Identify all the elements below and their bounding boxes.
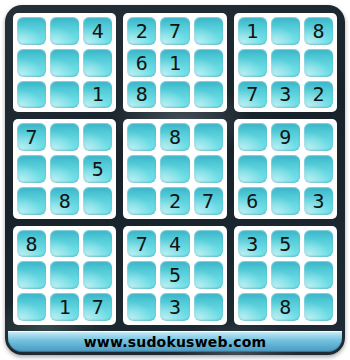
cell-r6c8[interactable] — [271, 187, 300, 215]
cell-r5c4[interactable] — [127, 155, 156, 183]
cell-r8c1[interactable] — [17, 261, 46, 289]
cell-r5c9[interactable] — [304, 155, 333, 183]
cell-r9c3[interactable]: 7 — [83, 293, 112, 321]
cell-r9c9[interactable] — [304, 293, 333, 321]
sudoku-box-4: 758 — [13, 119, 116, 218]
cell-r6c3[interactable] — [83, 187, 112, 215]
cell-r4c8[interactable]: 9 — [271, 123, 300, 151]
cell-r4c9[interactable] — [304, 123, 333, 151]
cell-r9c7[interactable] — [238, 293, 267, 321]
sudoku-box-3: 18732 — [234, 13, 337, 112]
cell-r1c9[interactable]: 8 — [304, 17, 333, 45]
cell-r2c8[interactable] — [271, 49, 300, 77]
cell-r1c3[interactable]: 4 — [83, 17, 112, 45]
cell-r4c7[interactable] — [238, 123, 267, 151]
board-frame: 4127618187327588279638177453358 www.sudo… — [5, 5, 345, 355]
sudoku-box-8: 7453 — [123, 226, 226, 325]
cell-r9c2[interactable]: 1 — [50, 293, 79, 321]
cell-r8c3[interactable] — [83, 261, 112, 289]
cell-r8c7[interactable] — [238, 261, 267, 289]
cell-r6c1[interactable] — [17, 187, 46, 215]
cell-r9c1[interactable] — [17, 293, 46, 321]
cell-r6c5[interactable]: 2 — [160, 187, 189, 215]
cell-r5c7[interactable] — [238, 155, 267, 183]
cell-r3c3[interactable]: 1 — [83, 81, 112, 109]
cell-r4c4[interactable] — [127, 123, 156, 151]
cell-r8c5[interactable]: 5 — [160, 261, 189, 289]
sudoku-box-6: 963 — [234, 119, 337, 218]
cell-r9c4[interactable] — [127, 293, 156, 321]
cell-r1c4[interactable]: 2 — [127, 17, 156, 45]
cell-r1c6[interactable] — [194, 17, 223, 45]
cell-r2c9[interactable] — [304, 49, 333, 77]
cell-r3c4[interactable]: 8 — [127, 81, 156, 109]
cell-r7c6[interactable] — [194, 230, 223, 258]
footer-band: www.sudokusweb.com — [8, 331, 342, 352]
site-url-label: www.sudokusweb.com — [84, 334, 267, 350]
cell-r2c3[interactable] — [83, 49, 112, 77]
cell-r7c4[interactable]: 7 — [127, 230, 156, 258]
sudoku-box-7: 817 — [13, 226, 116, 325]
cell-r6c2[interactable]: 8 — [50, 187, 79, 215]
cell-r5c2[interactable] — [50, 155, 79, 183]
cell-r7c9[interactable] — [304, 230, 333, 258]
cell-r5c5[interactable] — [160, 155, 189, 183]
sudoku-box-5: 827 — [123, 119, 226, 218]
cell-r9c8[interactable]: 8 — [271, 293, 300, 321]
cell-r4c2[interactable] — [50, 123, 79, 151]
cell-r3c8[interactable]: 3 — [271, 81, 300, 109]
cell-r4c6[interactable] — [194, 123, 223, 151]
cell-r4c5[interactable]: 8 — [160, 123, 189, 151]
cell-r2c6[interactable] — [194, 49, 223, 77]
cell-r8c6[interactable] — [194, 261, 223, 289]
cell-r8c8[interactable] — [271, 261, 300, 289]
cell-r7c2[interactable] — [50, 230, 79, 258]
cell-r2c5[interactable]: 1 — [160, 49, 189, 77]
cell-r3c2[interactable] — [50, 81, 79, 109]
cell-r3c5[interactable] — [160, 81, 189, 109]
cell-r3c1[interactable] — [17, 81, 46, 109]
cell-r7c1[interactable]: 8 — [17, 230, 46, 258]
cell-r1c7[interactable]: 1 — [238, 17, 267, 45]
cell-r6c7[interactable]: 6 — [238, 187, 267, 215]
cell-r3c7[interactable]: 7 — [238, 81, 267, 109]
cell-r2c2[interactable] — [50, 49, 79, 77]
cell-r5c8[interactable] — [271, 155, 300, 183]
cell-r2c4[interactable]: 6 — [127, 49, 156, 77]
cell-r8c4[interactable] — [127, 261, 156, 289]
cell-r1c2[interactable] — [50, 17, 79, 45]
cell-r5c1[interactable] — [17, 155, 46, 183]
cell-r6c4[interactable] — [127, 187, 156, 215]
cell-r5c6[interactable] — [194, 155, 223, 183]
cell-r5c3[interactable]: 5 — [83, 155, 112, 183]
cell-r3c9[interactable]: 2 — [304, 81, 333, 109]
cell-r7c5[interactable]: 4 — [160, 230, 189, 258]
sudoku-box-1: 41 — [13, 13, 116, 112]
cell-r4c3[interactable] — [83, 123, 112, 151]
cell-r2c7[interactable] — [238, 49, 267, 77]
cell-r1c1[interactable] — [17, 17, 46, 45]
cell-r8c9[interactable] — [304, 261, 333, 289]
cell-r7c8[interactable]: 5 — [271, 230, 300, 258]
cell-r2c1[interactable] — [17, 49, 46, 77]
cell-r9c5[interactable]: 3 — [160, 293, 189, 321]
sudoku-box-2: 27618 — [123, 13, 226, 112]
cell-r9c6[interactable] — [194, 293, 223, 321]
cell-r1c5[interactable]: 7 — [160, 17, 189, 45]
cell-r6c6[interactable]: 7 — [194, 187, 223, 215]
cell-r8c2[interactable] — [50, 261, 79, 289]
cell-r7c7[interactable]: 3 — [238, 230, 267, 258]
cell-r7c3[interactable] — [83, 230, 112, 258]
sudoku-box-9: 358 — [234, 226, 337, 325]
sudoku-board: 4127618187327588279638177453358 — [13, 13, 337, 325]
cell-r6c9[interactable]: 3 — [304, 187, 333, 215]
cell-r1c8[interactable] — [271, 17, 300, 45]
cell-r3c6[interactable] — [194, 81, 223, 109]
cell-r4c1[interactable]: 7 — [17, 123, 46, 151]
